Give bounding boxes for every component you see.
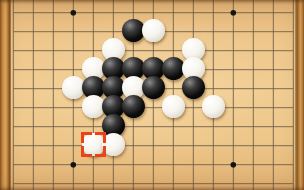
board-edge-right [295,0,304,190]
star-point [71,10,77,16]
board-grid-lines [0,0,304,190]
star-point [71,162,77,168]
star-point [231,10,237,16]
gomoku-app-screenshot [0,0,304,190]
gomoku-board[interactable] [0,0,304,190]
star-point [231,162,237,168]
board-edge-left [0,0,11,190]
